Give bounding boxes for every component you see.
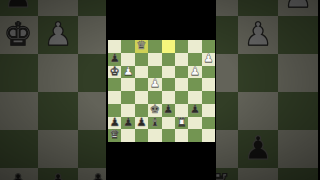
square-f5[interactable] <box>175 78 188 91</box>
letterbox-bottom <box>106 142 216 180</box>
square-d8[interactable] <box>148 40 161 53</box>
square-b5[interactable] <box>121 78 134 91</box>
square-f4[interactable] <box>175 91 188 104</box>
video-frame: ♛♟♟♚♟♟♟♚♟♟♟♟♟♝♜♛ ♛♟♟♚♟♟♟♚♟♟♟♟♟♝♜♛ <box>0 0 320 180</box>
square-f8[interactable] <box>175 40 188 53</box>
square-a2[interactable]: ♟ <box>108 117 121 130</box>
square-c8[interactable]: ♛ <box>135 40 148 53</box>
black-bishop-piece: ♝ <box>150 117 160 129</box>
square-g1[interactable] <box>188 129 201 142</box>
chess-board: ♛♟♟♚♟♟♟♚♟♟♟♟♟♝♜♛ <box>108 40 215 142</box>
square-b8[interactable] <box>121 40 134 53</box>
square-g3[interactable]: ♟ <box>188 104 201 117</box>
square-e4[interactable] <box>162 91 175 104</box>
square-h3[interactable] <box>202 104 215 117</box>
video-strip: ♛♟♟♚♟♟♟♚♟♟♟♟♟♝♜♛ <box>106 0 216 180</box>
square-c2[interactable]: ♟ <box>135 117 148 130</box>
square-h5[interactable] <box>202 78 215 91</box>
white-pawn-piece: ♟ <box>123 66 133 78</box>
letterbox-top <box>106 0 216 40</box>
square-d5[interactable]: ♟ <box>148 78 161 91</box>
square-b6[interactable]: ♟ <box>121 66 134 79</box>
square-h8[interactable] <box>202 40 215 53</box>
square-c7[interactable] <box>135 53 148 66</box>
black-king-piece: ♚ <box>150 104 160 116</box>
square-c1[interactable] <box>135 129 148 142</box>
white-queen-piece: ♛ <box>110 129 120 141</box>
square-d2[interactable]: ♝ <box>148 117 161 130</box>
square-e1[interactable] <box>162 129 175 142</box>
square-g8[interactable] <box>188 40 201 53</box>
square-g6[interactable]: ♟ <box>188 66 201 79</box>
square-e7[interactable] <box>162 53 175 66</box>
white-pawn-piece: ♟ <box>190 66 200 78</box>
square-a5[interactable] <box>108 78 121 91</box>
square-c5[interactable] <box>135 78 148 91</box>
square-e5[interactable] <box>162 78 175 91</box>
square-f1[interactable] <box>175 129 188 142</box>
square-a4[interactable] <box>108 91 121 104</box>
square-d6[interactable] <box>148 66 161 79</box>
square-g2[interactable] <box>188 117 201 130</box>
square-a8[interactable] <box>108 40 121 53</box>
black-pawn-piece: ♟ <box>190 104 200 116</box>
square-a6[interactable]: ♚ <box>108 66 121 79</box>
black-pawn-piece: ♟ <box>163 104 173 116</box>
square-b3[interactable] <box>121 104 134 117</box>
white-king-piece: ♚ <box>110 66 120 78</box>
square-c6[interactable] <box>135 66 148 79</box>
square-h7[interactable]: ♟ <box>202 53 215 66</box>
square-d3[interactable]: ♚ <box>148 104 161 117</box>
square-f6[interactable] <box>175 66 188 79</box>
square-c3[interactable] <box>135 104 148 117</box>
square-e8[interactable] <box>162 40 175 53</box>
square-f7[interactable] <box>175 53 188 66</box>
square-h2[interactable] <box>202 117 215 130</box>
black-pawn-piece: ♟ <box>123 117 133 129</box>
square-b1[interactable] <box>121 129 134 142</box>
square-d1[interactable] <box>148 129 161 142</box>
square-a1[interactable]: ♛ <box>108 129 121 142</box>
square-a7[interactable]: ♟ <box>108 53 121 66</box>
square-a3[interactable] <box>108 104 121 117</box>
square-g5[interactable] <box>188 78 201 91</box>
square-d7[interactable] <box>148 53 161 66</box>
square-b2[interactable]: ♟ <box>121 117 134 130</box>
square-e2[interactable] <box>162 117 175 130</box>
white-rook-piece: ♜ <box>176 117 186 129</box>
square-e3[interactable]: ♟ <box>162 104 175 117</box>
square-c4[interactable] <box>135 91 148 104</box>
square-e6[interactable] <box>162 66 175 79</box>
square-d4[interactable] <box>148 91 161 104</box>
black-pawn-piece: ♟ <box>110 117 120 129</box>
square-g4[interactable] <box>188 91 201 104</box>
black-pawn-piece: ♟ <box>110 53 120 65</box>
square-h6[interactable] <box>202 66 215 79</box>
square-h1[interactable] <box>202 129 215 142</box>
square-b7[interactable] <box>121 53 134 66</box>
square-f2[interactable]: ♜ <box>175 117 188 130</box>
black-queen-piece: ♛ <box>136 40 146 52</box>
white-pawn-piece: ♟ <box>203 53 213 65</box>
square-g7[interactable] <box>188 53 201 66</box>
black-pawn-piece: ♟ <box>136 117 146 129</box>
square-f3[interactable] <box>175 104 188 117</box>
square-h4[interactable] <box>202 91 215 104</box>
square-b4[interactable] <box>121 91 134 104</box>
white-pawn-piece: ♟ <box>150 78 160 90</box>
